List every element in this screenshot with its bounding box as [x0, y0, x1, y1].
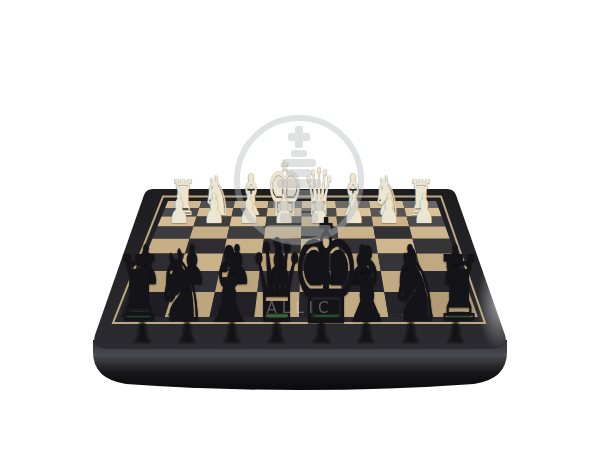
- pieces-layer: ♜♞♝♚♛♝♞♜♟♟♟♟♟♟♟♟♟♟♟♟♟♟♟♟♜♞♝♛♚♝♞♜: [0, 0, 600, 450]
- piece-black-knight-g8[interactable]: ♞: [154, 237, 207, 336]
- piece-black-bishop-c8[interactable]: ♝: [339, 233, 395, 337]
- piece-white-pawn-a2[interactable]: ♟: [413, 189, 435, 230]
- piece-black-rook-a8[interactable]: ♜: [434, 244, 483, 334]
- chess-set-photo: ♜♞♝♚♛♝♞♜♟♟♟♟♟♟♟♟♟♟♟♟♟♟♟♟♜♞♝♛♚♝♞♜ ALLIC: [0, 0, 600, 450]
- piece-white-pawn-h2[interactable]: ♟: [168, 189, 190, 230]
- piece-black-knight-b8[interactable]: ♞: [388, 237, 441, 336]
